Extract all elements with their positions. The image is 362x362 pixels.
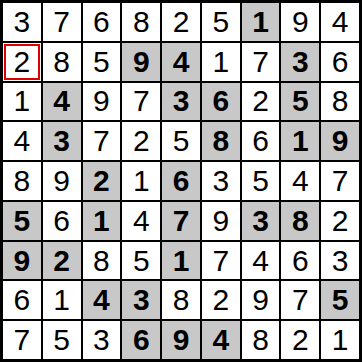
cell-r2c3[interactable]: 5 (82, 42, 122, 82)
cell-r4c4[interactable]: 2 (121, 121, 161, 161)
cell-r8c1[interactable]: 6 (2, 280, 42, 320)
cell-r3c1[interactable]: 1 (2, 82, 42, 122)
cell-r3c7[interactable]: 2 (241, 82, 281, 122)
cell-r8c3: 4 (82, 280, 122, 320)
cell-r3c6: 6 (201, 82, 241, 122)
cell-r5c1[interactable]: 8 (2, 161, 42, 201)
cell-r1c8[interactable]: 9 (280, 2, 320, 42)
cell-r7c6[interactable]: 7 (201, 241, 241, 281)
cell-r9c9[interactable]: 1 (320, 320, 360, 360)
cell-r2c7[interactable]: 7 (241, 42, 281, 82)
sudoku-board: 3768251942859417361497362584372586198921… (0, 0, 362, 362)
cell-r1c9[interactable]: 4 (320, 2, 360, 42)
cell-r6c7: 3 (241, 201, 281, 241)
cell-r9c3[interactable]: 3 (82, 320, 122, 360)
cell-r1c5[interactable]: 2 (161, 2, 201, 42)
cell-r2c6[interactable]: 1 (201, 42, 241, 82)
cell-r4c7[interactable]: 6 (241, 121, 281, 161)
cell-r9c5: 9 (161, 320, 201, 360)
cell-r9c8[interactable]: 2 (280, 320, 320, 360)
cell-r7c4[interactable]: 5 (121, 241, 161, 281)
cell-r6c2[interactable]: 6 (42, 201, 82, 241)
cell-r3c4[interactable]: 7 (121, 82, 161, 122)
cell-r5c2[interactable]: 9 (42, 161, 82, 201)
cell-r7c7[interactable]: 4 (241, 241, 281, 281)
cell-r8c5[interactable]: 8 (161, 280, 201, 320)
cell-r6c1: 5 (2, 201, 42, 241)
cell-r9c7[interactable]: 8 (241, 320, 281, 360)
cell-r7c5: 1 (161, 241, 201, 281)
cell-r6c6[interactable]: 9 (201, 201, 241, 241)
cell-r5c5: 6 (161, 161, 201, 201)
cell-r7c1: 9 (2, 241, 42, 281)
cell-r5c9[interactable]: 7 (320, 161, 360, 201)
cell-r2c4: 9 (121, 42, 161, 82)
cell-r5c6[interactable]: 3 (201, 161, 241, 201)
cell-r7c9[interactable]: 3 (320, 241, 360, 281)
cell-r6c9[interactable]: 2 (320, 201, 360, 241)
cell-r5c7[interactable]: 5 (241, 161, 281, 201)
cell-r7c2: 2 (42, 241, 82, 281)
cell-r2c8: 3 (280, 42, 320, 82)
cell-r8c2[interactable]: 1 (42, 280, 82, 320)
cell-r4c5[interactable]: 5 (161, 121, 201, 161)
cell-r8c4: 3 (121, 280, 161, 320)
cell-r1c4[interactable]: 8 (121, 2, 161, 42)
cell-r5c4[interactable]: 1 (121, 161, 161, 201)
cell-r4c8: 1 (280, 121, 320, 161)
cell-r5c3: 2 (82, 161, 122, 201)
cell-r4c1[interactable]: 4 (2, 121, 42, 161)
cell-r1c2[interactable]: 7 (42, 2, 82, 42)
cell-r1c7: 1 (241, 2, 281, 42)
cell-r1c1[interactable]: 3 (2, 2, 42, 42)
cell-r6c5: 7 (161, 201, 201, 241)
cell-r3c8: 5 (280, 82, 320, 122)
cell-r4c9: 9 (320, 121, 360, 161)
cell-r2c9[interactable]: 6 (320, 42, 360, 82)
cell-r9c1[interactable]: 7 (2, 320, 42, 360)
cell-r8c6[interactable]: 2 (201, 280, 241, 320)
cell-r8c9: 5 (320, 280, 360, 320)
cell-r4c6: 8 (201, 121, 241, 161)
cell-r8c8[interactable]: 7 (280, 280, 320, 320)
cell-r1c6[interactable]: 5 (201, 2, 241, 42)
cell-r4c3[interactable]: 7 (82, 121, 122, 161)
cell-r1c3[interactable]: 6 (82, 2, 122, 42)
cell-r3c2: 4 (42, 82, 82, 122)
cell-r6c4[interactable]: 4 (121, 201, 161, 241)
cell-r5c8[interactable]: 4 (280, 161, 320, 201)
cell-r2c2[interactable]: 8 (42, 42, 82, 82)
cell-r3c9[interactable]: 8 (320, 82, 360, 122)
cell-r9c4: 6 (121, 320, 161, 360)
cell-r9c2[interactable]: 5 (42, 320, 82, 360)
cell-r3c5: 3 (161, 82, 201, 122)
cell-r2c5: 4 (161, 42, 201, 82)
cell-r7c3[interactable]: 8 (82, 241, 122, 281)
cell-r4c2: 3 (42, 121, 82, 161)
cell-r9c6: 4 (201, 320, 241, 360)
cell-r2c1[interactable]: 2 (2, 42, 42, 82)
cell-r6c3: 1 (82, 201, 122, 241)
cell-r3c3[interactable]: 9 (82, 82, 122, 122)
cell-r7c8[interactable]: 6 (280, 241, 320, 281)
cell-r8c7[interactable]: 9 (241, 280, 281, 320)
cell-r6c8: 8 (280, 201, 320, 241)
